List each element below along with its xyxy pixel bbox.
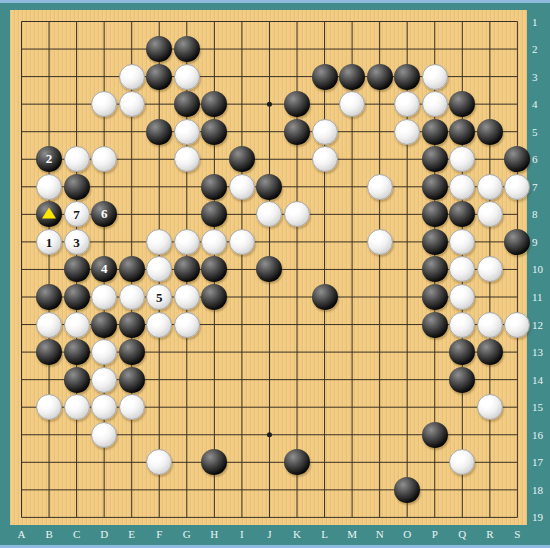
move-number-4: 4 bbox=[91, 256, 117, 282]
stone-H7[interactable] bbox=[201, 174, 227, 200]
stone-G5[interactable] bbox=[174, 119, 200, 145]
stone-D11[interactable] bbox=[91, 284, 117, 310]
stone-R12[interactable] bbox=[477, 312, 503, 338]
stone-E4[interactable] bbox=[119, 91, 145, 117]
stone-G4[interactable] bbox=[174, 91, 200, 117]
row-label-18: 18 bbox=[532, 484, 543, 496]
row-label-6: 6 bbox=[532, 153, 538, 165]
stone-C6[interactable] bbox=[64, 146, 90, 172]
stone-D12[interactable] bbox=[91, 312, 117, 338]
stone-G2[interactable] bbox=[174, 36, 200, 62]
stone-P8[interactable] bbox=[422, 201, 448, 227]
stone-E13[interactable] bbox=[119, 339, 145, 365]
col-label-I: I bbox=[240, 528, 244, 540]
go-board[interactable]: 2761345 bbox=[10, 10, 527, 525]
stone-C13[interactable] bbox=[64, 339, 90, 365]
col-label-P: P bbox=[432, 528, 438, 540]
stone-M3[interactable] bbox=[339, 64, 365, 90]
row-label-12: 12 bbox=[532, 319, 543, 331]
stone-R5[interactable] bbox=[477, 119, 503, 145]
row-label-5: 5 bbox=[532, 126, 538, 138]
stone-P6[interactable] bbox=[422, 146, 448, 172]
stone-N7[interactable] bbox=[367, 174, 393, 200]
stone-C9[interactable]: 3 bbox=[64, 229, 90, 255]
stone-D14[interactable] bbox=[91, 367, 117, 393]
stone-G11[interactable] bbox=[174, 284, 200, 310]
stone-I6[interactable] bbox=[229, 146, 255, 172]
stone-P4[interactable] bbox=[422, 91, 448, 117]
stone-B9[interactable]: 1 bbox=[36, 229, 62, 255]
col-label-L: L bbox=[321, 528, 328, 540]
stone-N3[interactable] bbox=[367, 64, 393, 90]
stone-K4[interactable] bbox=[284, 91, 310, 117]
col-label-H: H bbox=[210, 528, 218, 540]
row-label-9: 9 bbox=[532, 236, 538, 248]
move-number-6: 6 bbox=[91, 201, 117, 227]
row-label-17: 17 bbox=[532, 456, 543, 468]
col-label-E: E bbox=[128, 528, 135, 540]
row-label-1: 1 bbox=[532, 16, 538, 28]
stone-G9[interactable] bbox=[174, 229, 200, 255]
stone-D8[interactable]: 6 bbox=[91, 201, 117, 227]
stone-F9[interactable] bbox=[146, 229, 172, 255]
col-label-O: O bbox=[403, 528, 411, 540]
stone-G3[interactable] bbox=[174, 64, 200, 90]
stone-Q9[interactable] bbox=[449, 229, 475, 255]
col-label-B: B bbox=[45, 528, 52, 540]
go-game-window: 2761345 ABCDEFGHIJKLMNOPQRS1234567891011… bbox=[0, 0, 550, 548]
stone-C11[interactable] bbox=[64, 284, 90, 310]
stone-E3[interactable] bbox=[119, 64, 145, 90]
col-label-A: A bbox=[18, 528, 26, 540]
stone-B11[interactable] bbox=[36, 284, 62, 310]
col-label-R: R bbox=[486, 528, 493, 540]
col-label-S: S bbox=[514, 528, 520, 540]
row-label-8: 8 bbox=[532, 208, 538, 220]
top-accent-line bbox=[0, 0, 550, 3]
stone-Q5[interactable] bbox=[449, 119, 475, 145]
row-label-11: 11 bbox=[532, 291, 543, 303]
row-label-15: 15 bbox=[532, 401, 543, 413]
stone-B7[interactable] bbox=[36, 174, 62, 200]
triangle-marker bbox=[42, 208, 56, 219]
stone-B12[interactable] bbox=[36, 312, 62, 338]
stone-E15[interactable] bbox=[119, 394, 145, 420]
stone-D16[interactable] bbox=[91, 422, 117, 448]
stone-Q7[interactable] bbox=[449, 174, 475, 200]
stone-P5[interactable] bbox=[422, 119, 448, 145]
stone-L5[interactable] bbox=[312, 119, 338, 145]
stone-P9[interactable] bbox=[422, 229, 448, 255]
stone-E11[interactable] bbox=[119, 284, 145, 310]
row-label-2: 2 bbox=[532, 43, 538, 55]
move-number-3: 3 bbox=[65, 230, 89, 254]
stone-R7[interactable] bbox=[477, 174, 503, 200]
stone-P16[interactable] bbox=[422, 422, 448, 448]
stone-C7[interactable] bbox=[64, 174, 90, 200]
row-label-19: 19 bbox=[532, 511, 543, 523]
row-label-16: 16 bbox=[532, 429, 543, 441]
stone-S12[interactable] bbox=[504, 312, 530, 338]
col-label-C: C bbox=[73, 528, 80, 540]
stone-Q12[interactable] bbox=[449, 312, 475, 338]
stone-O3[interactable] bbox=[394, 64, 420, 90]
row-label-3: 3 bbox=[532, 71, 538, 83]
stone-Q14[interactable] bbox=[449, 367, 475, 393]
stone-C15[interactable] bbox=[64, 394, 90, 420]
stone-N9[interactable] bbox=[367, 229, 393, 255]
stone-R15[interactable] bbox=[477, 394, 503, 420]
col-label-J: J bbox=[267, 528, 271, 540]
stone-P11[interactable] bbox=[422, 284, 448, 310]
stone-F5[interactable] bbox=[146, 119, 172, 145]
stone-R8[interactable] bbox=[477, 201, 503, 227]
stone-K5[interactable] bbox=[284, 119, 310, 145]
col-label-N: N bbox=[376, 528, 384, 540]
stone-E10[interactable] bbox=[119, 256, 145, 282]
stone-E14[interactable] bbox=[119, 367, 145, 393]
row-label-7: 7 bbox=[532, 181, 538, 193]
stone-P7[interactable] bbox=[422, 174, 448, 200]
stone-I9[interactable] bbox=[229, 229, 255, 255]
col-label-D: D bbox=[100, 528, 108, 540]
stone-H5[interactable] bbox=[201, 119, 227, 145]
stone-C12[interactable] bbox=[64, 312, 90, 338]
stone-C8[interactable]: 7 bbox=[64, 201, 90, 227]
stone-D10[interactable]: 4 bbox=[91, 256, 117, 282]
move-number-1: 1 bbox=[37, 230, 61, 254]
col-label-Q: Q bbox=[458, 528, 466, 540]
stone-P12[interactable] bbox=[422, 312, 448, 338]
stone-C10[interactable] bbox=[64, 256, 90, 282]
col-label-G: G bbox=[183, 528, 191, 540]
stone-O5[interactable] bbox=[394, 119, 420, 145]
move-number-2: 2 bbox=[36, 146, 62, 172]
move-number-7: 7 bbox=[65, 202, 89, 226]
col-label-K: K bbox=[293, 528, 301, 540]
row-label-14: 14 bbox=[532, 374, 543, 386]
stone-O18[interactable] bbox=[394, 477, 420, 503]
stone-G12[interactable] bbox=[174, 312, 200, 338]
stone-R13[interactable] bbox=[477, 339, 503, 365]
stone-B6[interactable]: 2 bbox=[36, 146, 62, 172]
row-label-4: 4 bbox=[532, 98, 538, 110]
stone-E12[interactable] bbox=[119, 312, 145, 338]
stone-L3[interactable] bbox=[312, 64, 338, 90]
move-number-5: 5 bbox=[147, 285, 171, 309]
stone-P3[interactable] bbox=[422, 64, 448, 90]
stone-S7[interactable] bbox=[504, 174, 530, 200]
row-label-10: 10 bbox=[532, 263, 543, 275]
stone-F3[interactable] bbox=[146, 64, 172, 90]
stone-C14[interactable] bbox=[64, 367, 90, 393]
stone-L11[interactable] bbox=[312, 284, 338, 310]
stone-F11[interactable]: 5 bbox=[146, 284, 172, 310]
stone-F12[interactable] bbox=[146, 312, 172, 338]
stone-L6[interactable] bbox=[312, 146, 338, 172]
row-label-13: 13 bbox=[532, 346, 543, 358]
stone-G6[interactable] bbox=[174, 146, 200, 172]
col-label-M: M bbox=[347, 528, 357, 540]
stone-B13[interactable] bbox=[36, 339, 62, 365]
col-label-F: F bbox=[156, 528, 162, 540]
stone-I7[interactable] bbox=[229, 174, 255, 200]
